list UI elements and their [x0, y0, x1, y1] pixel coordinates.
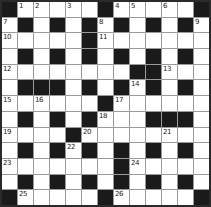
block-r0-c6 — [98, 2, 113, 17]
cell-r6-c3[interactable] — [50, 96, 65, 111]
cell-r10-c5[interactable] — [82, 159, 97, 174]
cell-r2-c7[interactable] — [114, 33, 129, 48]
block-r11-c5 — [82, 175, 97, 190]
cell-r11-c2[interactable] — [34, 175, 49, 190]
cell-r5-c4[interactable] — [66, 80, 81, 95]
cell-r6-c9[interactable] — [146, 96, 161, 111]
cell-r11-c12[interactable] — [194, 175, 209, 190]
block-r3-c11 — [178, 49, 193, 64]
cell-r1-c2[interactable] — [34, 18, 49, 33]
cell-r11-c8[interactable] — [130, 175, 145, 190]
cell-r12-c8[interactable] — [130, 190, 145, 205]
cell-r0-c8[interactable]: 5 — [130, 2, 145, 17]
cell-r4-c7[interactable] — [114, 65, 129, 80]
block-r9-c7 — [114, 143, 129, 158]
cell-r10-c2[interactable] — [34, 159, 49, 174]
cell-r12-c2[interactable] — [34, 190, 49, 205]
cell-r7-c0[interactable] — [2, 112, 17, 127]
cell-r0-c2[interactable]: 2 — [34, 2, 49, 17]
block-r1-c7 — [114, 18, 129, 33]
clue-number-21: 21 — [163, 128, 171, 136]
cell-r7-c8[interactable] — [130, 112, 145, 127]
block-r1-c5 — [82, 18, 97, 33]
block-r5-c3 — [50, 80, 65, 95]
cell-r10-c10[interactable] — [162, 159, 177, 174]
cell-r0-c7[interactable]: 4 — [114, 2, 129, 17]
cell-r10-c3[interactable] — [50, 159, 65, 174]
cell-r12-c3[interactable] — [50, 190, 65, 205]
cell-r7-c7[interactable] — [114, 112, 129, 127]
cell-r3-c10[interactable] — [162, 49, 177, 64]
cell-r5-c6[interactable] — [98, 80, 113, 95]
block-r5-c1 — [18, 80, 33, 95]
cell-r2-c0[interactable]: 10 — [2, 33, 17, 48]
block-r6-c6 — [98, 96, 113, 111]
block-r3-c3 — [50, 49, 65, 64]
cell-r2-c2[interactable] — [34, 33, 49, 48]
cell-r3-c6[interactable] — [98, 49, 113, 64]
cell-r2-c3[interactable] — [50, 33, 65, 48]
cell-r4-c5[interactable] — [82, 65, 97, 80]
block-r4-c9 — [146, 65, 161, 80]
cell-r0-c4[interactable]: 3 — [66, 2, 81, 17]
cell-r1-c6[interactable]: 8 — [98, 18, 113, 33]
block-r12-c6 — [98, 190, 113, 205]
block-r3-c5 — [82, 49, 97, 64]
block-r5-c2 — [34, 80, 49, 95]
block-r11-c9 — [146, 175, 161, 190]
block-r7-c9 — [146, 112, 161, 127]
clue-number-3: 3 — [67, 2, 71, 10]
cell-r11-c10[interactable] — [162, 175, 177, 190]
block-r11-c11 — [178, 175, 193, 190]
cell-r2-c9[interactable] — [146, 33, 161, 48]
block-r1-c3 — [50, 18, 65, 33]
cell-r12-c9[interactable] — [146, 190, 161, 205]
block-r11-c1 — [18, 175, 33, 190]
cell-r10-c6[interactable] — [98, 159, 113, 174]
clue-number-1: 1 — [19, 2, 23, 10]
block-r12-c0 — [2, 190, 17, 205]
block-r10-c7 — [114, 159, 129, 174]
block-r4-c8 — [130, 65, 145, 80]
block-r7-c11 — [178, 112, 193, 127]
cell-r8-c7[interactable] — [114, 128, 129, 143]
cell-r12-c7[interactable]: 26 — [114, 190, 129, 205]
cell-r2-c11[interactable] — [178, 33, 193, 48]
cell-r8-c0[interactable]: 19 — [2, 128, 17, 143]
block-r1-c9 — [146, 18, 161, 33]
cell-r9-c10[interactable] — [162, 143, 177, 158]
cell-r6-c1[interactable] — [18, 96, 33, 111]
cell-r8-c8[interactable] — [130, 128, 145, 143]
cell-r3-c12[interactable] — [194, 49, 209, 64]
cell-r2-c4[interactable] — [66, 33, 81, 48]
block-r9-c5 — [82, 143, 97, 158]
cell-r0-c3[interactable] — [50, 2, 65, 17]
clue-number-19: 19 — [3, 128, 11, 136]
cell-r9-c2[interactable] — [34, 143, 49, 158]
cell-r8-c3[interactable] — [50, 128, 65, 143]
cell-r4-c2[interactable] — [34, 65, 49, 80]
block-r5-c11 — [178, 80, 193, 95]
clue-number-26: 26 — [115, 190, 123, 198]
cell-r2-c8[interactable] — [130, 33, 145, 48]
cell-r9-c0[interactable] — [2, 143, 17, 158]
cell-r1-c8[interactable] — [130, 18, 145, 33]
cell-r6-c0[interactable]: 15 — [2, 96, 17, 111]
cell-r8-c9[interactable] — [146, 128, 161, 143]
cell-r4-c4[interactable] — [66, 65, 81, 80]
cell-r0-c5[interactable] — [82, 2, 97, 17]
cell-r11-c6[interactable] — [98, 175, 113, 190]
cell-r4-c6[interactable] — [98, 65, 113, 80]
cell-r0-c9[interactable] — [146, 2, 161, 17]
cell-r7-c12[interactable] — [194, 112, 209, 127]
clue-number-2: 2 — [35, 2, 39, 10]
cell-r10-c9[interactable] — [146, 159, 161, 174]
block-r11-c7 — [114, 175, 129, 190]
cell-r4-c1[interactable] — [18, 65, 33, 80]
cell-r2-c1[interactable] — [18, 33, 33, 48]
block-r7-c1 — [18, 112, 33, 127]
cell-r4-c10[interactable]: 13 — [162, 65, 177, 80]
cell-r12-c10[interactable] — [162, 190, 177, 205]
cell-r10-c11[interactable] — [178, 159, 193, 174]
block-r9-c11 — [178, 143, 193, 158]
cell-r3-c4[interactable] — [66, 49, 81, 64]
clue-number-6: 6 — [163, 2, 167, 10]
cell-r8-c10[interactable]: 21 — [162, 128, 177, 143]
cell-r7-c4[interactable] — [66, 112, 81, 127]
block-r5-c7 — [114, 80, 129, 95]
cell-r3-c2[interactable] — [34, 49, 49, 64]
cell-r9-c4[interactable]: 22 — [66, 143, 81, 158]
cell-r6-c11[interactable] — [178, 96, 193, 111]
cell-r6-c5[interactable] — [82, 96, 97, 111]
clue-number-15: 15 — [3, 96, 11, 104]
cell-r5-c8[interactable]: 14 — [130, 80, 145, 95]
cell-r9-c6[interactable] — [98, 143, 113, 158]
cell-r11-c4[interactable] — [66, 175, 81, 190]
cell-r6-c4[interactable] — [66, 96, 81, 111]
cell-r2-c12[interactable] — [194, 33, 209, 48]
clue-number-17: 17 — [115, 96, 123, 104]
block-r8-c4 — [66, 128, 81, 143]
block-r0-c12 — [194, 2, 209, 17]
clue-number-10: 10 — [3, 33, 11, 41]
clue-number-12: 12 — [3, 65, 11, 73]
cell-r9-c8[interactable] — [130, 143, 145, 158]
cell-r1-c12[interactable]: 9 — [194, 18, 209, 33]
cell-r10-c8[interactable]: 24 — [130, 159, 145, 174]
cell-r1-c10[interactable] — [162, 18, 177, 33]
cell-r4-c0[interactable]: 12 — [2, 65, 17, 80]
cell-r0-c11[interactable] — [178, 2, 193, 17]
cell-r10-c1[interactable] — [18, 159, 33, 174]
cell-r4-c12[interactable] — [194, 65, 209, 80]
clue-number-25: 25 — [19, 190, 27, 198]
block-r9-c1 — [18, 143, 33, 158]
clue-number-23: 23 — [3, 159, 11, 167]
cell-r4-c11[interactable] — [178, 65, 193, 80]
clue-number-5: 5 — [131, 2, 135, 10]
cell-r10-c0[interactable]: 23 — [2, 159, 17, 174]
block-r0-c0 — [2, 2, 17, 17]
block-r5-c9 — [146, 80, 161, 95]
clue-number-20: 20 — [83, 128, 91, 136]
cell-r2-c10[interactable] — [162, 33, 177, 48]
block-r7-c10 — [162, 112, 177, 127]
clue-number-7: 7 — [3, 18, 7, 26]
block-r1-c1 — [18, 18, 33, 33]
cell-r8-c12[interactable] — [194, 128, 209, 143]
clue-number-14: 14 — [131, 80, 139, 88]
cell-r0-c1[interactable]: 1 — [18, 2, 33, 17]
cell-r6-c2[interactable]: 16 — [34, 96, 49, 111]
cell-r1-c4[interactable] — [66, 18, 81, 33]
cell-r6-c10[interactable] — [162, 96, 177, 111]
clue-number-9: 9 — [195, 18, 199, 26]
block-r9-c3 — [50, 143, 65, 158]
cell-r8-c2[interactable] — [34, 128, 49, 143]
block-r5-c5 — [82, 80, 97, 95]
cell-r12-c4[interactable] — [66, 190, 81, 205]
cell-r8-c11[interactable] — [178, 128, 193, 143]
cell-r10-c12[interactable] — [194, 159, 209, 174]
clue-number-18: 18 — [99, 112, 107, 120]
cell-r5-c12[interactable] — [194, 80, 209, 95]
cell-r5-c0[interactable] — [2, 80, 17, 95]
block-r3-c7 — [114, 49, 129, 64]
cell-r7-c6[interactable]: 18 — [98, 112, 113, 127]
clue-number-24: 24 — [131, 159, 139, 167]
cell-r6-c7[interactable]: 17 — [114, 96, 129, 111]
block-r11-c3 — [50, 175, 65, 190]
cell-r2-c6[interactable]: 11 — [98, 33, 113, 48]
clue-number-11: 11 — [99, 33, 107, 41]
cell-r5-c10[interactable] — [162, 80, 177, 95]
block-r12-c12 — [194, 190, 209, 205]
cell-r3-c0[interactable] — [2, 49, 17, 64]
clue-number-16: 16 — [35, 96, 43, 104]
clue-number-8: 8 — [99, 18, 103, 26]
cell-r8-c5[interactable]: 20 — [82, 128, 97, 143]
cell-r7-c2[interactable] — [34, 112, 49, 127]
block-r7-c3 — [50, 112, 65, 127]
cell-r8-c1[interactable] — [18, 128, 33, 143]
cell-r6-c12[interactable] — [194, 96, 209, 111]
cell-r6-c8[interactable] — [130, 96, 145, 111]
clue-number-4: 4 — [115, 2, 119, 10]
cell-r11-c0[interactable] — [2, 175, 17, 190]
cell-r4-c3[interactable] — [50, 65, 65, 80]
block-r3-c9 — [146, 49, 161, 64]
cell-r0-c10[interactable]: 6 — [162, 2, 177, 17]
block-r3-c1 — [18, 49, 33, 64]
block-r9-c9 — [146, 143, 161, 158]
cell-r12-c1[interactable]: 25 — [18, 190, 33, 205]
cell-r9-c12[interactable] — [194, 143, 209, 158]
cell-r1-c0[interactable]: 7 — [2, 18, 17, 33]
cell-r12-c11[interactable] — [178, 190, 193, 205]
crossword-grid: 1234567891011121314151617181920212223242… — [0, 0, 211, 207]
cell-r12-c5[interactable] — [82, 190, 97, 205]
clue-number-13: 13 — [163, 65, 171, 73]
block-r1-c11 — [178, 18, 193, 33]
clue-number-22: 22 — [67, 143, 75, 151]
cell-r3-c8[interactable] — [130, 49, 145, 64]
cell-r10-c4[interactable] — [66, 159, 81, 174]
cell-r8-c6[interactable] — [98, 128, 113, 143]
block-r2-c5 — [82, 33, 97, 48]
block-r7-c5 — [82, 112, 97, 127]
